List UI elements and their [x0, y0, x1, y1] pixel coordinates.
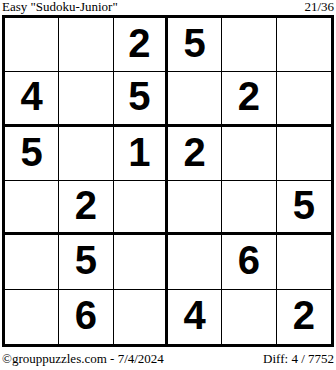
cell-r3c1[interactable]: 5	[5, 127, 59, 181]
cell-r4c5[interactable]	[222, 181, 276, 235]
cell-r5c2[interactable]: 5	[59, 235, 113, 289]
puzzle-page: Easy "Sudoku-Junior" 21/36 2545251225566…	[0, 0, 336, 370]
cell-r6c5[interactable]	[222, 290, 276, 344]
sudoku-board: 254525122556642	[2, 15, 334, 347]
cell-r4c3[interactable]	[114, 181, 168, 235]
cell-r6c6[interactable]: 2	[277, 290, 331, 344]
cell-r1c1[interactable]	[5, 18, 59, 72]
cell-r4c4[interactable]	[168, 181, 222, 235]
copyright-text: ©grouppuzzles.com - 7/4/2024	[2, 351, 164, 366]
footer: ©grouppuzzles.com - 7/4/2024 Diff: 4 / 7…	[2, 351, 334, 366]
difficulty-text: Diff: 4 / 7752	[263, 351, 334, 366]
cell-r3c2[interactable]	[59, 127, 113, 181]
cell-r1c4[interactable]: 5	[168, 18, 222, 72]
cell-r5c5[interactable]: 6	[222, 235, 276, 289]
cell-r1c5[interactable]	[222, 18, 276, 72]
cell-r2c1[interactable]: 4	[5, 72, 59, 126]
cell-r6c3[interactable]	[114, 290, 168, 344]
cell-r4c1[interactable]	[5, 181, 59, 235]
cell-r5c6[interactable]	[277, 235, 331, 289]
cell-r3c5[interactable]	[222, 127, 276, 181]
cell-r5c3[interactable]	[114, 235, 168, 289]
cell-r2c6[interactable]	[277, 72, 331, 126]
cell-r2c3[interactable]: 5	[114, 72, 168, 126]
cell-r3c3[interactable]: 1	[114, 127, 168, 181]
cell-r2c2[interactable]	[59, 72, 113, 126]
cell-r3c4[interactable]: 2	[168, 127, 222, 181]
header: Easy "Sudoku-Junior" 21/36	[2, 0, 334, 15]
cell-r1c6[interactable]	[277, 18, 331, 72]
cell-r6c2[interactable]: 6	[59, 290, 113, 344]
cell-r4c6[interactable]: 5	[277, 181, 331, 235]
cell-r1c2[interactable]	[59, 18, 113, 72]
cell-r5c4[interactable]	[168, 235, 222, 289]
cell-r3c6[interactable]	[277, 127, 331, 181]
puzzle-title: Easy "Sudoku-Junior"	[2, 0, 118, 14]
cell-r2c5[interactable]: 2	[222, 72, 276, 126]
cell-r1c3[interactable]: 2	[114, 18, 168, 72]
cell-r6c4[interactable]: 4	[168, 290, 222, 344]
cell-r4c2[interactable]: 2	[59, 181, 113, 235]
cell-r5c1[interactable]	[5, 235, 59, 289]
cell-r6c1[interactable]	[5, 290, 59, 344]
cell-r2c4[interactable]	[168, 72, 222, 126]
puzzle-counter: 21/36	[304, 0, 334, 14]
